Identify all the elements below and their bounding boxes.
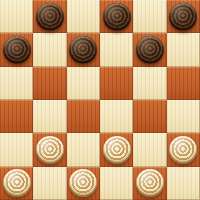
square-r0c5[interactable] bbox=[167, 0, 200, 33]
square-r5c2[interactable] bbox=[67, 167, 100, 200]
square-r5c3[interactable] bbox=[100, 167, 133, 200]
square-r2c0[interactable] bbox=[0, 67, 33, 100]
dark-checker-piece[interactable] bbox=[36, 3, 64, 31]
square-r4c3[interactable] bbox=[100, 133, 133, 166]
square-r1c1[interactable] bbox=[33, 33, 66, 66]
dark-checker-piece[interactable] bbox=[136, 36, 164, 64]
square-r0c2[interactable] bbox=[67, 0, 100, 33]
square-r3c1[interactable] bbox=[33, 100, 66, 133]
square-r4c5[interactable] bbox=[167, 133, 200, 166]
square-r0c4[interactable] bbox=[133, 0, 166, 33]
light-checker-piece[interactable] bbox=[136, 169, 164, 197]
square-r3c3[interactable] bbox=[100, 100, 133, 133]
dark-checker-piece[interactable] bbox=[69, 36, 97, 64]
square-r1c2[interactable] bbox=[67, 33, 100, 66]
square-r2c4[interactable] bbox=[133, 67, 166, 100]
square-r1c4[interactable] bbox=[133, 33, 166, 66]
square-r3c2[interactable] bbox=[67, 100, 100, 133]
light-checker-piece[interactable] bbox=[169, 136, 197, 164]
light-checker-piece[interactable] bbox=[3, 169, 31, 197]
square-r1c5[interactable] bbox=[167, 33, 200, 66]
square-r0c3[interactable] bbox=[100, 0, 133, 33]
square-r4c0[interactable] bbox=[0, 133, 33, 166]
square-r5c1[interactable] bbox=[33, 167, 66, 200]
dark-checker-piece[interactable] bbox=[103, 3, 131, 31]
checkers-board bbox=[0, 0, 200, 200]
square-r3c5[interactable] bbox=[167, 100, 200, 133]
light-checker-piece[interactable] bbox=[69, 169, 97, 197]
dark-checker-piece[interactable] bbox=[3, 36, 31, 64]
square-r4c4[interactable] bbox=[133, 133, 166, 166]
square-r0c0[interactable] bbox=[0, 0, 33, 33]
square-r5c0[interactable] bbox=[0, 167, 33, 200]
square-r4c2[interactable] bbox=[67, 133, 100, 166]
square-r5c4[interactable] bbox=[133, 167, 166, 200]
square-r2c3[interactable] bbox=[100, 67, 133, 100]
light-checker-piece[interactable] bbox=[103, 136, 131, 164]
dark-checker-piece[interactable] bbox=[169, 3, 197, 31]
light-checker-piece[interactable] bbox=[36, 136, 64, 164]
square-r3c0[interactable] bbox=[0, 100, 33, 133]
square-r1c3[interactable] bbox=[100, 33, 133, 66]
square-r0c1[interactable] bbox=[33, 0, 66, 33]
square-r2c5[interactable] bbox=[167, 67, 200, 100]
square-r5c5[interactable] bbox=[167, 167, 200, 200]
square-r2c1[interactable] bbox=[33, 67, 66, 100]
square-r1c0[interactable] bbox=[0, 33, 33, 66]
square-r4c1[interactable] bbox=[33, 133, 66, 166]
square-r3c4[interactable] bbox=[133, 100, 166, 133]
square-r2c2[interactable] bbox=[67, 67, 100, 100]
